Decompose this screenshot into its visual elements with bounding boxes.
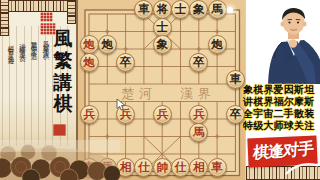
- piece-兵[interactable]: 兵: [189, 105, 208, 124]
- right-promo-panel: 象棋界爱因斯坦 讲棋界福尔摩斯 全宇宙二手散装 特级大师球关注 棋逢对手: [245, 0, 320, 180]
- panel-title-vertical: 風 繁 講 棋: [51, 28, 75, 115]
- lattice-border-top: [0, 0, 76, 12]
- seal-stamp: [40, 12, 53, 22]
- piece-兵[interactable]: 兵: [80, 105, 99, 124]
- lattice-border-right: [67, 0, 76, 24]
- slogan-line-1: 象棋界爱因斯坦: [243, 84, 320, 96]
- piece-将[interactable]: 将: [153, 0, 172, 19]
- piece-卒[interactable]: 卒: [226, 105, 245, 124]
- slogan-line-3: 全宇宙二手散装: [243, 108, 320, 120]
- poem-column: 风起草木传人棋: [41, 36, 50, 50]
- piece-炮[interactable]: 炮: [80, 35, 99, 54]
- poem-column: 棋中日月人生趣: [6, 40, 15, 54]
- seal-stamp: [53, 124, 66, 136]
- last-move-indicator: [227, 7, 233, 13]
- title-char: 棋: [51, 93, 75, 115]
- title-char: 風: [51, 28, 75, 50]
- mouse-cursor-icon: [116, 98, 126, 111]
- river-text-left: 楚河: [121, 86, 157, 101]
- chess-pieces-photo: [0, 140, 120, 180]
- piece-象[interactable]: 象: [189, 0, 208, 19]
- video-frame: 風 繁 講 棋 风起草木传人棋 繁星似于乐中选 讲评给道万人赏 棋中日月人生趣: [0, 0, 320, 180]
- piece-帥[interactable]: 帥: [153, 158, 172, 177]
- piece-卒[interactable]: 卒: [116, 53, 135, 72]
- title-char: 講: [51, 72, 75, 94]
- piece-車[interactable]: 車: [134, 0, 153, 19]
- title-char: 繁: [51, 50, 75, 72]
- piece-士[interactable]: 士: [153, 18, 172, 37]
- piece-仕[interactable]: 仕: [171, 158, 190, 177]
- piece-士[interactable]: 士: [171, 0, 190, 19]
- piece-象[interactable]: 象: [153, 35, 172, 54]
- piece-馬[interactable]: 馬: [208, 0, 227, 19]
- river-text-right: 漢界: [180, 86, 216, 101]
- piece-車[interactable]: 車: [208, 158, 227, 177]
- piece-兵[interactable]: 兵: [153, 105, 172, 124]
- poem-column: 繁星似于乐中选: [29, 36, 38, 50]
- piece-卒[interactable]: 卒: [189, 53, 208, 72]
- slogan-line-2: 讲棋界福尔摩斯: [243, 96, 320, 108]
- piece-炮[interactable]: 炮: [98, 35, 117, 54]
- piece-車[interactable]: 車: [226, 70, 245, 89]
- piece-相[interactable]: 相: [189, 158, 208, 177]
- piece-炮[interactable]: 炮: [208, 35, 227, 54]
- poem-column: 讲评给道万人赏: [18, 38, 27, 52]
- piece-馬[interactable]: 馬: [189, 123, 208, 142]
- logo-swash: [284, 158, 320, 178]
- piece-仕[interactable]: 仕: [134, 158, 153, 177]
- slogan-line-4: 特级大师球关注: [243, 120, 320, 132]
- host-photo: [246, 0, 320, 84]
- piece-炮[interactable]: 炮: [80, 53, 99, 72]
